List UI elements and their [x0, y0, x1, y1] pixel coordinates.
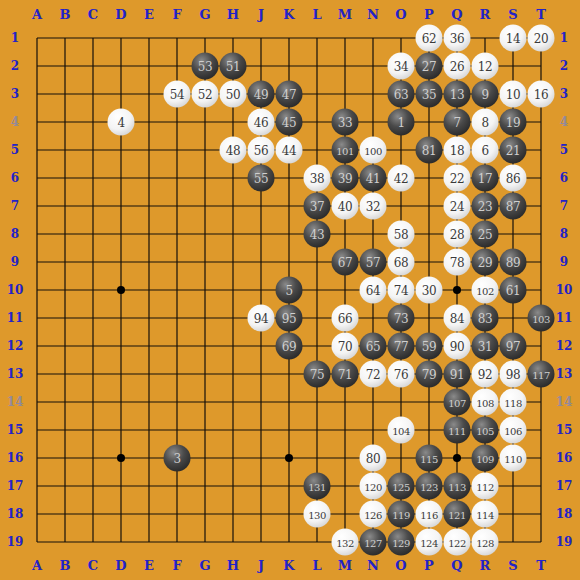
stone-black-117-T13: 117 — [528, 361, 555, 388]
stone-white-106-S15: 106 — [500, 417, 527, 444]
stone-white-22-Q6: 22 — [444, 165, 471, 192]
move-number: 61 — [506, 283, 520, 297]
stone-black-111-Q15: 111 — [444, 417, 471, 444]
move-number: 81 — [422, 143, 436, 157]
stone-black-31-R12: 31 — [472, 333, 499, 360]
stone-black-131-L17: 131 — [304, 473, 331, 500]
stone-white-80-N16: 80 — [360, 445, 387, 472]
stone-black-69-K12: 69 — [276, 333, 303, 360]
move-number: 34 — [394, 59, 408, 73]
stone-white-24-Q7: 24 — [444, 193, 471, 220]
stone-black-67-M9: 67 — [332, 249, 359, 276]
stone-white-90-Q12: 90 — [444, 333, 471, 360]
move-number: 14 — [506, 31, 520, 45]
stone-white-124-P19: 124 — [416, 529, 443, 556]
stone-black-91-Q13: 91 — [444, 361, 471, 388]
stone-black-123-P17: 123 — [416, 473, 443, 500]
stone-white-14-S1: 14 — [500, 25, 527, 52]
stone-black-47-K3: 47 — [276, 81, 303, 108]
stone-black-119-O18: 119 — [388, 501, 415, 528]
move-number: 13 — [450, 87, 464, 101]
move-number: 23 — [478, 199, 492, 213]
move-number: 122 — [448, 538, 466, 549]
move-number: 51 — [226, 59, 240, 73]
move-number: 7 — [453, 115, 460, 129]
star-point-K16 — [285, 454, 293, 462]
move-number: 65 — [366, 339, 380, 353]
move-number: 101 — [336, 146, 354, 157]
move-number: 77 — [394, 339, 408, 353]
move-number: 32 — [366, 199, 380, 213]
stone-white-102-R10: 102 — [472, 277, 499, 304]
move-number: 102 — [476, 286, 494, 297]
move-number: 73 — [394, 311, 408, 325]
move-number: 48 — [226, 143, 240, 157]
stone-white-6-R5: 6 — [472, 137, 499, 164]
move-number: 89 — [506, 255, 520, 269]
move-number: 25 — [478, 227, 492, 241]
move-number: 43 — [310, 227, 324, 241]
stone-black-89-S9: 89 — [500, 249, 527, 276]
move-number: 109 — [476, 454, 494, 465]
move-number: 49 — [254, 87, 268, 101]
stone-white-52-G3: 52 — [192, 81, 219, 108]
stone-black-25-R8: 25 — [472, 221, 499, 248]
stone-white-104-O15: 104 — [388, 417, 415, 444]
stone-black-17-R6: 17 — [472, 165, 499, 192]
stone-black-51-H2: 51 — [220, 53, 247, 80]
move-number: 33 — [338, 115, 352, 129]
go-board-app: ABCDEFGHJKLMNOPQRST ABCDEFGHJKLMNOPQRST … — [0, 0, 580, 580]
stone-black-7-Q4: 7 — [444, 109, 471, 136]
move-number: 108 — [476, 398, 494, 409]
stone-white-30-P10: 30 — [416, 277, 443, 304]
move-number: 24 — [450, 199, 464, 213]
move-number: 47 — [282, 87, 296, 101]
move-number: 21 — [506, 143, 520, 157]
stone-white-120-N17: 120 — [360, 473, 387, 500]
move-number: 10 — [506, 87, 520, 101]
stone-white-46-J4: 46 — [248, 109, 275, 136]
stone-white-56-J5: 56 — [248, 137, 275, 164]
stone-black-113-Q17: 113 — [444, 473, 471, 500]
stone-black-63-O3: 63 — [388, 81, 415, 108]
move-number: 78 — [450, 255, 464, 269]
stone-black-105-R15: 105 — [472, 417, 499, 444]
stone-black-95-K11: 95 — [276, 305, 303, 332]
stone-black-45-K4: 45 — [276, 109, 303, 136]
move-number: 112 — [476, 482, 494, 493]
stone-white-28-Q8: 28 — [444, 221, 471, 248]
stone-black-19-S4: 19 — [500, 109, 527, 136]
move-number: 111 — [448, 426, 466, 437]
stone-black-77-O12: 77 — [388, 333, 415, 360]
move-number: 90 — [450, 339, 464, 353]
move-number: 63 — [394, 87, 408, 101]
stone-black-127-N19: 127 — [360, 529, 387, 556]
stone-white-98-S13: 98 — [500, 361, 527, 388]
move-number: 74 — [394, 283, 408, 297]
stone-black-43-L8: 43 — [304, 221, 331, 248]
stone-white-86-S6: 86 — [500, 165, 527, 192]
move-number: 36 — [450, 31, 464, 45]
stone-black-65-N12: 65 — [360, 333, 387, 360]
stone-black-13-Q3: 13 — [444, 81, 471, 108]
stone-black-101-M5: 101 — [332, 137, 359, 164]
stone-white-20-T1: 20 — [528, 25, 555, 52]
stone-black-121-Q18: 121 — [444, 501, 471, 528]
stone-black-73-O11: 73 — [388, 305, 415, 332]
move-number: 55 — [254, 171, 268, 185]
stone-black-3-F16: 3 — [164, 445, 191, 472]
stone-white-54-F3: 54 — [164, 81, 191, 108]
stone-black-41-N6: 41 — [360, 165, 387, 192]
stone-black-97-S12: 97 — [500, 333, 527, 360]
move-number: 42 — [394, 171, 408, 185]
move-number: 50 — [226, 87, 240, 101]
move-number: 69 — [282, 339, 296, 353]
stone-white-108-R14: 108 — [472, 389, 499, 416]
move-number: 4 — [117, 115, 124, 129]
move-number: 83 — [478, 311, 492, 325]
move-number: 75 — [310, 367, 324, 381]
move-number: 1 — [397, 115, 404, 129]
stone-white-66-M11: 66 — [332, 305, 359, 332]
stone-black-125-O17: 125 — [388, 473, 415, 500]
stone-black-33-M4: 33 — [332, 109, 359, 136]
stone-black-5-K10: 5 — [276, 277, 303, 304]
move-number: 71 — [338, 367, 352, 381]
stone-white-44-K5: 44 — [276, 137, 303, 164]
move-number: 107 — [448, 398, 466, 409]
move-number: 53 — [198, 59, 212, 73]
move-number: 95 — [282, 311, 296, 325]
move-number: 131 — [308, 482, 326, 493]
move-number: 67 — [338, 255, 352, 269]
move-number: 26 — [450, 59, 464, 73]
move-number: 124 — [420, 538, 438, 549]
stone-black-57-N9: 57 — [360, 249, 387, 276]
move-number: 28 — [450, 227, 464, 241]
stone-white-110-S16: 110 — [500, 445, 527, 472]
stone-white-36-Q1: 36 — [444, 25, 471, 52]
move-number: 126 — [364, 510, 382, 521]
stone-black-21-S5: 21 — [500, 137, 527, 164]
move-number: 116 — [420, 510, 438, 521]
move-number: 115 — [420, 454, 438, 465]
move-number: 120 — [364, 482, 382, 493]
move-number: 45 — [282, 115, 296, 129]
stone-white-64-N10: 64 — [360, 277, 387, 304]
stone-black-61-S10: 61 — [500, 277, 527, 304]
move-number: 6 — [481, 143, 488, 157]
move-number: 9 — [481, 87, 488, 101]
move-number: 30 — [422, 283, 436, 297]
move-number: 12 — [478, 59, 492, 73]
move-number: 98 — [506, 367, 520, 381]
stone-white-4-D4: 4 — [108, 109, 135, 136]
move-number: 118 — [504, 398, 522, 409]
stone-white-40-M7: 40 — [332, 193, 359, 220]
stone-black-23-R7: 23 — [472, 193, 499, 220]
star-point-Q10 — [453, 286, 461, 294]
move-number: 3 — [173, 451, 180, 465]
move-number: 123 — [420, 482, 438, 493]
stone-black-115-P16: 115 — [416, 445, 443, 472]
move-number: 132 — [336, 538, 354, 549]
move-number: 16 — [534, 87, 548, 101]
stone-white-128-R19: 128 — [472, 529, 499, 556]
move-number: 8 — [481, 115, 488, 129]
move-number: 68 — [394, 255, 408, 269]
move-number: 129 — [392, 538, 410, 549]
star-point-D16 — [117, 454, 125, 462]
move-number: 66 — [338, 311, 352, 325]
move-number: 79 — [422, 367, 436, 381]
stone-black-9-R3: 9 — [472, 81, 499, 108]
move-number: 125 — [392, 482, 410, 493]
move-number: 105 — [476, 426, 494, 437]
move-number: 76 — [394, 367, 408, 381]
stone-white-84-Q11: 84 — [444, 305, 471, 332]
stone-white-38-L6: 38 — [304, 165, 331, 192]
stone-black-83-R11: 83 — [472, 305, 499, 332]
stone-white-58-O8: 58 — [388, 221, 415, 248]
stone-white-112-R17: 112 — [472, 473, 499, 500]
stone-white-10-S3: 10 — [500, 81, 527, 108]
stone-white-114-R18: 114 — [472, 501, 499, 528]
move-number: 72 — [366, 367, 380, 381]
stone-white-92-R13: 92 — [472, 361, 499, 388]
stone-black-35-P3: 35 — [416, 81, 443, 108]
move-number: 87 — [506, 199, 520, 213]
move-number: 40 — [338, 199, 352, 213]
move-number: 19 — [506, 115, 520, 129]
move-number: 57 — [366, 255, 380, 269]
move-number: 59 — [422, 339, 436, 353]
stone-white-76-O13: 76 — [388, 361, 415, 388]
stone-black-39-M6: 39 — [332, 165, 359, 192]
move-number: 128 — [476, 538, 494, 549]
stone-black-107-Q14: 107 — [444, 389, 471, 416]
stone-white-78-Q9: 78 — [444, 249, 471, 276]
move-number: 86 — [506, 171, 520, 185]
stone-white-42-O6: 42 — [388, 165, 415, 192]
move-number: 38 — [310, 171, 324, 185]
move-number: 114 — [476, 510, 494, 521]
move-number: 27 — [422, 59, 436, 73]
move-number: 44 — [282, 143, 296, 157]
move-number: 104 — [392, 426, 410, 437]
move-number: 29 — [478, 255, 492, 269]
stone-black-129-O19: 129 — [388, 529, 415, 556]
move-number: 35 — [422, 87, 436, 101]
stone-black-71-M13: 71 — [332, 361, 359, 388]
move-number: 110 — [504, 454, 522, 465]
move-number: 17 — [478, 171, 492, 185]
move-number: 22 — [450, 171, 464, 185]
move-number: 54 — [170, 87, 184, 101]
move-number: 117 — [532, 370, 550, 381]
stone-white-94-J11: 94 — [248, 305, 275, 332]
move-number: 62 — [422, 31, 436, 45]
move-number: 121 — [448, 510, 466, 521]
move-number: 37 — [310, 199, 324, 213]
stone-white-72-N13: 72 — [360, 361, 387, 388]
stone-black-87-S7: 87 — [500, 193, 527, 220]
move-number: 20 — [534, 31, 548, 45]
move-number: 46 — [254, 115, 268, 129]
move-number: 100 — [364, 146, 382, 157]
move-number: 103 — [532, 314, 550, 325]
move-number: 39 — [338, 171, 352, 185]
move-number: 127 — [364, 538, 382, 549]
stone-black-1-O4: 1 — [388, 109, 415, 136]
stone-black-79-P13: 79 — [416, 361, 443, 388]
stone-black-59-P12: 59 — [416, 333, 443, 360]
move-number: 80 — [366, 451, 380, 465]
stone-white-50-H3: 50 — [220, 81, 247, 108]
stone-white-18-Q5: 18 — [444, 137, 471, 164]
stone-white-74-O10: 74 — [388, 277, 415, 304]
stone-white-126-N18: 126 — [360, 501, 387, 528]
move-number: 84 — [450, 311, 464, 325]
stone-white-100-N5: 100 — [360, 137, 387, 164]
stone-black-37-L7: 37 — [304, 193, 331, 220]
stone-white-68-O9: 68 — [388, 249, 415, 276]
stone-white-62-P1: 62 — [416, 25, 443, 52]
move-number: 97 — [506, 339, 520, 353]
stone-white-32-N7: 32 — [360, 193, 387, 220]
move-number: 94 — [254, 311, 268, 325]
move-number: 70 — [338, 339, 352, 353]
stone-black-103-T11: 103 — [528, 305, 555, 332]
stone-black-29-R9: 29 — [472, 249, 499, 276]
move-number: 106 — [504, 426, 522, 437]
star-point-D10 — [117, 286, 125, 294]
stone-white-70-M12: 70 — [332, 333, 359, 360]
move-number: 52 — [198, 87, 212, 101]
move-number: 56 — [254, 143, 268, 157]
stone-black-109-R16: 109 — [472, 445, 499, 472]
stone-white-12-R2: 12 — [472, 53, 499, 80]
move-number: 18 — [450, 143, 464, 157]
stone-black-49-J3: 49 — [248, 81, 275, 108]
stone-white-130-L18: 130 — [304, 501, 331, 528]
stone-black-81-P5: 81 — [416, 137, 443, 164]
stone-black-55-J6: 55 — [248, 165, 275, 192]
stone-black-53-G2: 53 — [192, 53, 219, 80]
move-number: 64 — [366, 283, 380, 297]
move-number: 130 — [308, 510, 326, 521]
stone-white-116-P18: 116 — [416, 501, 443, 528]
move-number: 5 — [285, 283, 292, 297]
move-number: 91 — [450, 367, 464, 381]
stone-white-8-R4: 8 — [472, 109, 499, 136]
move-number: 119 — [392, 510, 410, 521]
move-number: 31 — [478, 339, 492, 353]
stone-white-16-T3: 16 — [528, 81, 555, 108]
stone-white-34-O2: 34 — [388, 53, 415, 80]
move-number: 92 — [478, 367, 492, 381]
move-number: 58 — [394, 227, 408, 241]
stone-white-122-Q19: 122 — [444, 529, 471, 556]
star-point-Q16 — [453, 454, 461, 462]
move-number: 113 — [448, 482, 466, 493]
stone-black-27-P2: 27 — [416, 53, 443, 80]
stone-white-132-M19: 132 — [332, 529, 359, 556]
stone-white-118-S14: 118 — [500, 389, 527, 416]
stone-black-75-L13: 75 — [304, 361, 331, 388]
stone-white-48-H5: 48 — [220, 137, 247, 164]
stone-white-26-Q2: 26 — [444, 53, 471, 80]
move-number: 41 — [366, 171, 380, 185]
